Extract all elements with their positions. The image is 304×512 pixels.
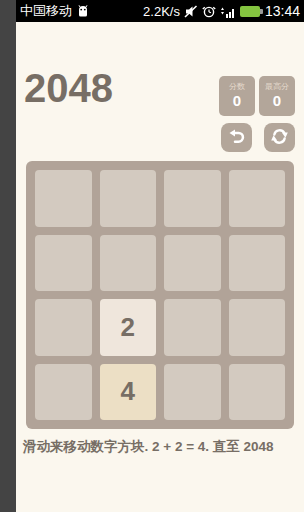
hint-text: 滑动来移动数字方块. 2 + 2 = 4. 直至 2048 (23, 438, 304, 456)
refresh-icon (270, 127, 289, 149)
cell-r1c1 (35, 170, 92, 227)
phone-screen: 中国移动 2.2K/s (16, 0, 304, 512)
clock-time: 13:44 (265, 3, 300, 19)
best-score-label: 最高分 (265, 82, 289, 92)
cell-r2c3 (164, 235, 221, 292)
undo-icon (227, 127, 247, 149)
score-box: 分数 0 (219, 76, 255, 116)
cell-r3c4 (229, 299, 286, 356)
game-title: 2048 (24, 68, 113, 108)
restart-button[interactable] (264, 123, 295, 152)
cell-r2c2 (100, 235, 157, 292)
undo-button[interactable] (221, 123, 252, 152)
best-score-value: 0 (273, 92, 281, 110)
android-icon (76, 5, 90, 17)
cell-r4c3 (164, 364, 221, 421)
cell-r3c3 (164, 299, 221, 356)
cell-r1c4 (229, 170, 286, 227)
cell-r2c1 (35, 235, 92, 292)
cell-r4c4 (229, 364, 286, 421)
cell-r1c3 (164, 170, 221, 227)
network-speed: 2.2K/s (143, 4, 180, 19)
battery-icon (240, 6, 260, 17)
best-score-box: 最高分 0 (259, 76, 295, 116)
cell-r3c1 (35, 299, 92, 356)
cell-r4c1 (35, 364, 92, 421)
status-bar: 中国移动 2.2K/s (16, 0, 304, 22)
cell-r2c4 (229, 235, 286, 292)
cell-r1c2 (100, 170, 157, 227)
signal-icon (220, 5, 236, 18)
mute-icon (184, 5, 198, 18)
cell-r4c2: 4 (100, 364, 157, 421)
cell-r3c2: 2 (100, 299, 157, 356)
alarm-icon (202, 5, 216, 18)
game-board[interactable]: 2 4 (26, 161, 294, 429)
score-label: 分数 (229, 82, 245, 92)
carrier-label: 中国移动 (20, 2, 72, 20)
score-value: 0 (233, 92, 241, 110)
